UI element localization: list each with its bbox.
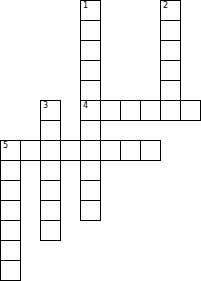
cell-r7c7[interactable] bbox=[140, 140, 161, 161]
cell-r7c2[interactable] bbox=[40, 140, 61, 161]
cell-r7c1[interactable] bbox=[20, 140, 41, 161]
cell-r7c5[interactable] bbox=[100, 140, 121, 161]
clue-number-3: 3 bbox=[43, 101, 48, 110]
cell-r6c2[interactable] bbox=[40, 120, 61, 141]
cell-r2c8[interactable] bbox=[160, 40, 181, 61]
cell-r5c9[interactable] bbox=[180, 100, 201, 121]
cell-r7c0[interactable]: 5 bbox=[0, 140, 21, 161]
cell-r12c0[interactable] bbox=[0, 240, 21, 261]
cell-r11c2[interactable] bbox=[40, 220, 61, 241]
cell-r10c0[interactable] bbox=[0, 200, 21, 221]
cell-r4c8[interactable] bbox=[160, 80, 181, 101]
clue-number-4: 4 bbox=[83, 101, 88, 110]
cell-r5c7[interactable] bbox=[140, 100, 161, 121]
cell-r7c3[interactable] bbox=[60, 140, 81, 161]
cell-r9c0[interactable] bbox=[0, 180, 21, 201]
crossword-board: 12345 bbox=[0, 0, 201, 281]
cell-r13c0[interactable] bbox=[0, 260, 21, 281]
cell-r4c4[interactable] bbox=[80, 80, 101, 101]
cell-r0c8[interactable]: 2 bbox=[160, 0, 181, 21]
clue-number-1: 1 bbox=[83, 1, 88, 10]
cell-r6c4[interactable] bbox=[80, 120, 101, 141]
cell-r1c8[interactable] bbox=[160, 20, 181, 41]
cell-r5c5[interactable] bbox=[100, 100, 121, 121]
cell-r8c2[interactable] bbox=[40, 160, 61, 181]
cell-r3c4[interactable] bbox=[80, 60, 101, 81]
clue-number-2: 2 bbox=[163, 1, 168, 10]
cell-r7c4[interactable] bbox=[80, 140, 101, 161]
cell-r9c2[interactable] bbox=[40, 180, 61, 201]
cell-r11c0[interactable] bbox=[0, 220, 21, 241]
cell-r5c4[interactable]: 4 bbox=[80, 100, 101, 121]
cell-r10c2[interactable] bbox=[40, 200, 61, 221]
cell-r7c6[interactable] bbox=[120, 140, 141, 161]
cell-r8c0[interactable] bbox=[0, 160, 21, 181]
cell-r5c8[interactable] bbox=[160, 100, 181, 121]
cell-r2c4[interactable] bbox=[80, 40, 101, 61]
cell-r3c8[interactable] bbox=[160, 60, 181, 81]
cell-r5c6[interactable] bbox=[120, 100, 141, 121]
cell-r9c4[interactable] bbox=[80, 180, 101, 201]
cell-r0c4[interactable]: 1 bbox=[80, 0, 101, 21]
cell-r10c4[interactable] bbox=[80, 200, 101, 221]
cell-r8c4[interactable] bbox=[80, 160, 101, 181]
cell-r1c4[interactable] bbox=[80, 20, 101, 41]
clue-number-5: 5 bbox=[3, 141, 8, 150]
cell-r5c2[interactable]: 3 bbox=[40, 100, 61, 121]
